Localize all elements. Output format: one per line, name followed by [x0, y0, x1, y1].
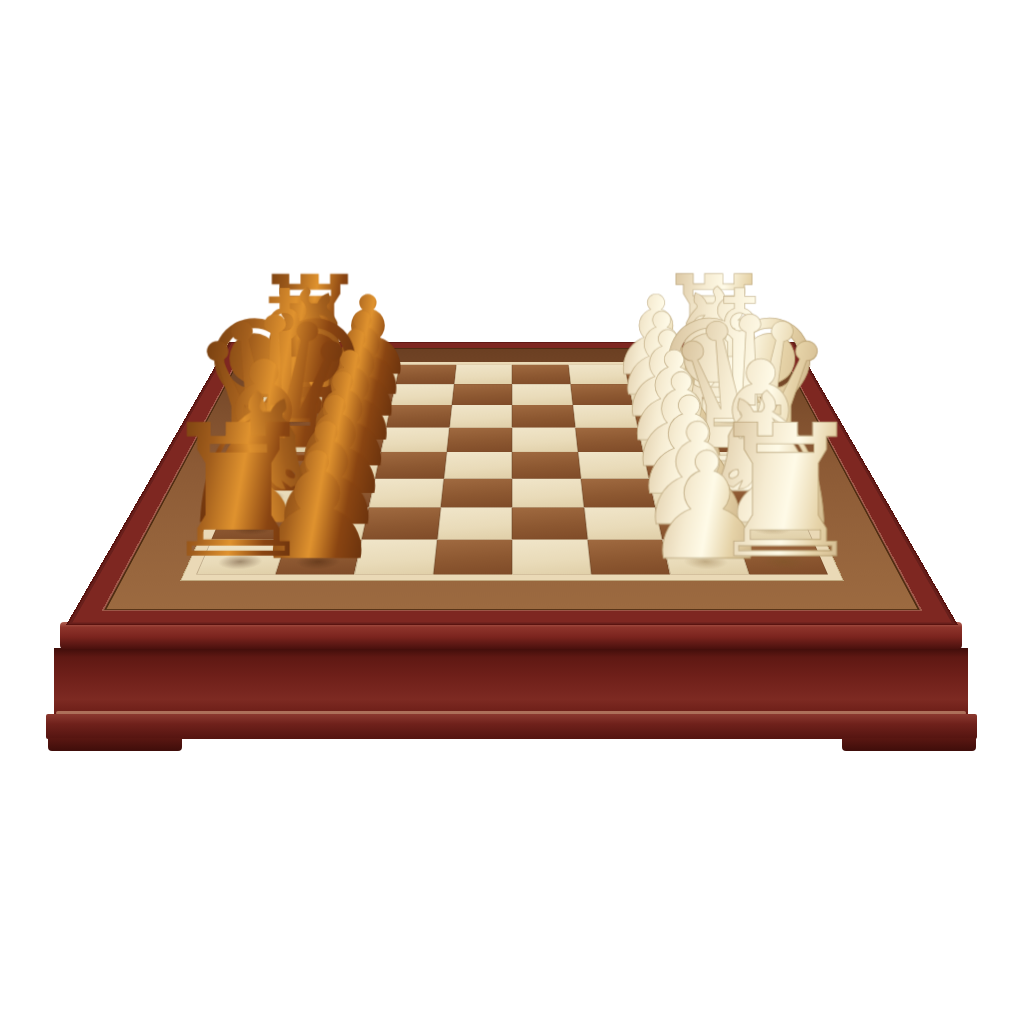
square-h4: [512, 365, 570, 384]
square-b4: [512, 508, 587, 540]
box-left-foot: [48, 738, 182, 751]
square-f5: [449, 405, 512, 428]
box-right-foot: [842, 738, 976, 751]
square-c4: [512, 478, 584, 507]
box-cove-molding: [54, 648, 968, 714]
square-h5: [454, 365, 512, 384]
square-b5: [437, 508, 512, 540]
board-maple-border: ♜♟♟♜♞♟♟♞♝♟♟♝♚♟♟♚♛♟♟♛♝♟♟♝♞♟♟♞♜♟♟♜: [180, 362, 844, 581]
square-f4: [512, 405, 575, 428]
square-a4: [512, 539, 591, 574]
board-walnut-margin: ♜♟♟♜♞♟♟♞♝♟♟♝♚♟♟♚♛♟♟♛♝♟♟♝♞♟♟♞♜♟♟♜: [104, 348, 920, 610]
box-base-molding: [46, 714, 977, 739]
square-g4: [512, 384, 572, 405]
piece-black-rook-a8: ♜: [157, 420, 321, 566]
piece-white-rook-a1: ♜: [703, 420, 867, 566]
board-grid: ♜♟♟♜♞♟♟♞♝♟♟♝♚♟♟♚♛♟♟♛♝♟♟♝♞♟♟♞♜♟♟♜: [196, 365, 828, 575]
square-e4: [512, 427, 578, 451]
square-a1: ♜: [737, 539, 827, 574]
chess-set-product-photo: ♜♟♟♜♞♟♟♞♝♟♟♝♚♟♟♚♛♟♟♛♝♟♟♝♞♟♟♞♜♟♟♜: [0, 0, 1024, 1024]
board-red-rim: ♜♟♟♜♞♟♟♞♝♟♟♝♚♟♟♚♛♟♟♛♝♟♟♝♞♟♟♞♜♟♟♜: [66, 342, 958, 625]
square-d5: [444, 452, 512, 479]
square-e5: [446, 427, 512, 451]
chess-board: ♜♟♟♜♞♟♟♞♝♟♟♝♚♟♟♚♛♟♟♛♝♟♟♝♞♟♟♞♜♟♟♜: [66, 342, 958, 625]
square-a5: [433, 539, 512, 574]
square-c5: [440, 478, 512, 507]
box-rim-front-edge: [60, 622, 962, 649]
square-a8: ♜: [196, 539, 286, 574]
square-g5: [452, 384, 512, 405]
square-d4: [512, 452, 580, 479]
